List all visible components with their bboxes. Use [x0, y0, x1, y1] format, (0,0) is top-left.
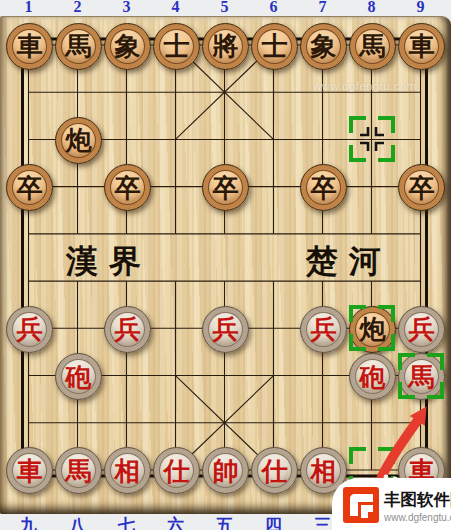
logo-glyph-icon	[343, 487, 379, 523]
file-label-top-5: 5	[212, 0, 238, 16]
piece-red-horse[interactable]: 馬	[398, 353, 445, 400]
river-label-left: 漢界	[66, 240, 152, 278]
piece-black-horse[interactable]: 馬	[55, 23, 102, 70]
site-logo-badge: 丰图软件园 www.dgfengtu.com	[332, 478, 451, 530]
file-label-bottom-6: 四	[261, 514, 287, 530]
piece-black-cannon[interactable]: 炮	[55, 117, 102, 164]
piece-black-advisor[interactable]: 士	[251, 23, 298, 70]
piece-black-soldier[interactable]: 卒	[6, 164, 53, 211]
file-label-bottom-3: 七	[114, 514, 140, 530]
piece-black-soldier[interactable]: 卒	[104, 164, 151, 211]
file-label-top-7: 7	[310, 0, 336, 16]
piece-black-chariot[interactable]: 車	[6, 23, 53, 70]
piece-black-elephant[interactable]: 象	[104, 23, 151, 70]
file-label-top-9: 9	[408, 0, 434, 16]
piece-red-soldier[interactable]: 兵	[202, 306, 249, 353]
piece-red-cannon[interactable]: 砲	[349, 353, 396, 400]
file-label-top-4: 4	[163, 0, 189, 16]
piece-black-horse[interactable]: 馬	[349, 23, 396, 70]
piece-black-chariot[interactable]: 車	[398, 23, 445, 70]
piece-red-cannon[interactable]: 砲	[55, 353, 102, 400]
file-label-top-1: 1	[16, 0, 42, 16]
piece-black-soldier[interactable]: 卒	[202, 164, 249, 211]
site-logo-icon	[343, 487, 379, 523]
piece-black-soldier[interactable]: 卒	[398, 164, 445, 211]
river-label-right: 楚河	[306, 240, 392, 278]
piece-red-soldier[interactable]: 兵	[300, 306, 347, 353]
file-label-top-2: 2	[65, 0, 91, 16]
file-label-bottom-1: 九	[16, 514, 42, 530]
piece-black-general[interactable]: 將	[202, 23, 249, 70]
file-label-top-8: 8	[359, 0, 385, 16]
piece-black-cannon[interactable]: 炮	[349, 306, 396, 353]
piece-red-soldier[interactable]: 兵	[6, 306, 53, 353]
file-label-bottom-4: 六	[163, 514, 189, 530]
file-label-top-3: 3	[114, 0, 140, 16]
piece-red-soldier[interactable]: 兵	[104, 306, 151, 353]
piece-black-soldier[interactable]: 卒	[300, 164, 347, 211]
xiangqi-app: 漢界 楚河 www.dgfengtu.com 123456789九八七六五四三二…	[0, 0, 451, 530]
piece-black-elephant[interactable]: 象	[300, 23, 347, 70]
file-label-bottom-5: 五	[212, 514, 238, 530]
file-label-top-6: 6	[261, 0, 287, 16]
file-label-bottom-2: 八	[65, 514, 91, 530]
site-logo-url: www.dgfengtu.com	[384, 512, 451, 523]
piece-black-advisor[interactable]: 士	[153, 23, 200, 70]
site-logo-title: 丰图软件园	[384, 489, 451, 511]
piece-red-soldier[interactable]: 兵	[398, 306, 445, 353]
watermark-text: www.dgfengtu.com	[313, 80, 417, 92]
